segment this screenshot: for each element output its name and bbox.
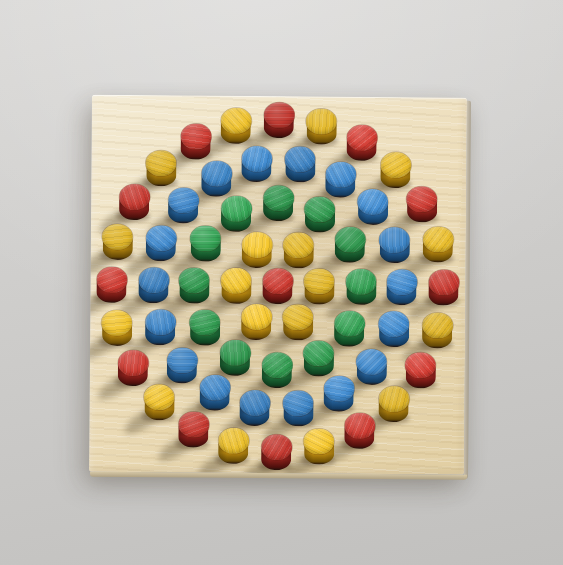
peg-top-face	[96, 267, 127, 293]
peg-yellow-ring1-slot4[interactable]	[241, 232, 272, 268]
peg-red-ring4-slot0[interactable]	[428, 269, 459, 305]
peg-top-face	[323, 376, 354, 402]
peg-blue-ring3-slot5[interactable]	[239, 390, 270, 426]
peg-top-face	[221, 195, 252, 221]
peg-yellow-ring4-slot7[interactable]	[218, 428, 249, 464]
peg-yellow-ring1-slot1[interactable]	[282, 304, 313, 340]
peg-blue-ring3-slot7[interactable]	[166, 347, 197, 383]
peg-green-ring2-slot6[interactable]	[178, 267, 209, 303]
peg-red-ring4-slot14[interactable]	[119, 184, 150, 220]
peg-yellow-ring4-slot3[interactable]	[378, 386, 409, 422]
peg-top-face	[168, 188, 199, 214]
peg-green-ring2-slot9[interactable]	[263, 185, 294, 221]
scene-background	[0, 0, 563, 565]
peg-blue-ring3-slot6[interactable]	[199, 375, 230, 411]
peg-top-face	[386, 269, 417, 295]
peg-blue-ring3-slot17[interactable]	[379, 227, 410, 263]
peg-yellow-ring4-slot15[interactable]	[145, 150, 176, 186]
peg-blue-ring3-slot10[interactable]	[146, 225, 177, 261]
peg-top-face	[334, 310, 365, 336]
peg-top-face	[346, 125, 377, 151]
peg-top-face	[178, 411, 209, 437]
peg-red-ring4-slot18[interactable]	[263, 102, 294, 138]
peg-red-ring4-slot20[interactable]	[346, 125, 377, 161]
peg-red-ring4-slot16[interactable]	[180, 124, 211, 160]
peg-layer	[89, 95, 467, 475]
peg-top-face	[218, 428, 249, 454]
peg-top-face	[423, 226, 454, 252]
peg-yellow-ring4-slot5[interactable]	[304, 429, 335, 465]
peg-top-face	[261, 352, 292, 378]
peg-top-face	[345, 269, 376, 295]
peg-green-ring2-slot8[interactable]	[221, 195, 252, 231]
peg-blue-ring3-slot11[interactable]	[167, 188, 198, 224]
peg-blue-ring3-slot1[interactable]	[378, 311, 409, 347]
peg-yellow-ring4-slot13[interactable]	[102, 224, 133, 260]
peg-top-face	[380, 152, 411, 178]
peg-red-ring4-slot2[interactable]	[405, 352, 436, 388]
peg-green-ring2-slot1[interactable]	[334, 310, 365, 346]
peg-top-face	[263, 185, 294, 211]
peg-top-face	[241, 304, 272, 330]
peg-top-face	[220, 107, 251, 133]
peg-top-face	[145, 150, 176, 176]
peg-top-face	[189, 309, 220, 335]
peg-red-ring4-slot22[interactable]	[406, 186, 437, 222]
peg-top-face	[239, 390, 270, 416]
peg-top-face	[178, 267, 209, 293]
peg-top-face	[262, 268, 293, 294]
peg-red-ring4-slot12[interactable]	[96, 267, 127, 303]
peg-yellow-ring4-slot1[interactable]	[422, 312, 453, 348]
peg-green-ring2-slot11[interactable]	[335, 227, 366, 263]
peg-top-face	[428, 269, 459, 295]
peg-blue-ring3-slot0[interactable]	[386, 269, 417, 305]
peg-yellow-ring1-slot3[interactable]	[220, 268, 251, 304]
peg-top-face	[344, 412, 375, 438]
peg-top-face	[379, 227, 410, 253]
peg-red-ring0-slot0[interactable]	[262, 268, 293, 304]
peg-red-ring4-slot4[interactable]	[344, 412, 375, 448]
peg-green-ring2-slot0[interactable]	[345, 269, 376, 305]
peg-top-face	[422, 312, 453, 338]
peg-top-face	[241, 232, 272, 258]
peg-top-face	[199, 375, 230, 401]
peg-yellow-ring4-slot21[interactable]	[380, 152, 411, 188]
peg-yellow-ring4-slot17[interactable]	[220, 107, 251, 143]
peg-top-face	[138, 267, 169, 293]
peg-top-face	[166, 347, 197, 373]
peg-top-face	[118, 350, 149, 376]
peg-top-face	[146, 225, 177, 251]
peg-top-face	[241, 146, 272, 172]
peg-green-ring2-slot10[interactable]	[304, 196, 335, 232]
peg-blue-ring3-slot9[interactable]	[138, 267, 169, 303]
peg-yellow-ring4-slot23[interactable]	[423, 226, 454, 262]
peg-red-ring4-slot6[interactable]	[261, 434, 292, 470]
peg-blue-ring3-slot12[interactable]	[201, 160, 232, 196]
peg-green-ring2-slot3[interactable]	[261, 352, 292, 388]
peg-green-ring2-slot7[interactable]	[190, 226, 221, 262]
peg-green-ring2-slot5[interactable]	[189, 309, 220, 345]
peg-red-ring4-slot8[interactable]	[178, 411, 209, 447]
peg-top-face	[119, 184, 150, 210]
peg-blue-ring3-slot4[interactable]	[282, 390, 313, 426]
peg-top-face	[101, 310, 132, 336]
peg-top-face	[304, 196, 335, 222]
peg-blue-ring3-slot2[interactable]	[356, 348, 387, 384]
peg-green-ring2-slot2[interactable]	[303, 341, 334, 377]
peg-blue-ring3-slot8[interactable]	[145, 310, 176, 346]
peg-yellow-ring1-slot5[interactable]	[283, 232, 314, 268]
peg-top-face	[263, 102, 294, 128]
peg-top-face	[261, 434, 292, 460]
peg-blue-ring3-slot13[interactable]	[241, 146, 272, 182]
peg-yellow-ring1-slot2[interactable]	[241, 304, 272, 340]
peg-top-face	[306, 108, 337, 134]
peg-yellow-ring4-slot11[interactable]	[101, 310, 132, 346]
peg-yellow-ring1-slot0[interactable]	[303, 268, 334, 304]
peg-top-face	[284, 146, 315, 172]
peg-top-face	[180, 124, 211, 150]
peg-blue-ring3-slot16[interactable]	[357, 189, 388, 225]
peg-top-face	[220, 268, 251, 294]
peg-green-ring2-slot4[interactable]	[220, 340, 251, 376]
peg-blue-ring3-slot15[interactable]	[325, 161, 356, 197]
peg-board	[89, 95, 467, 475]
peg-top-face	[303, 268, 334, 294]
peg-red-ring4-slot10[interactable]	[117, 350, 148, 386]
peg-yellow-ring4-slot19[interactable]	[306, 108, 337, 144]
peg-top-face	[201, 160, 232, 186]
peg-blue-ring3-slot14[interactable]	[284, 146, 315, 182]
peg-yellow-ring4-slot9[interactable]	[144, 384, 175, 420]
peg-blue-ring3-slot3[interactable]	[323, 376, 354, 412]
peg-top-face	[325, 161, 356, 187]
